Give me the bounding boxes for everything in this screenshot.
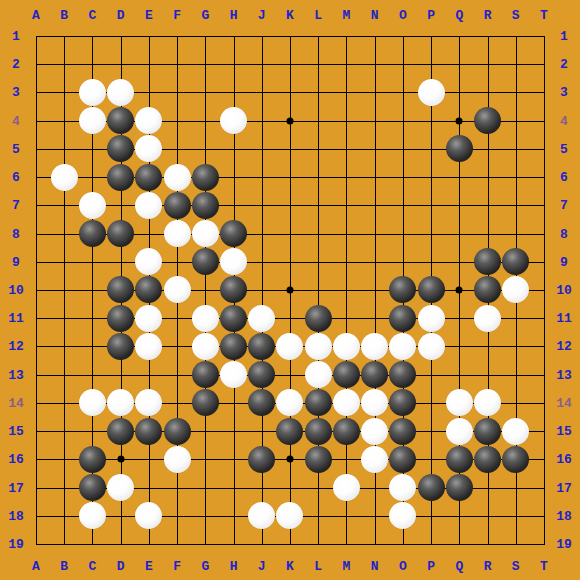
intersection-N14[interactable] — [361, 389, 389, 417]
intersection-O4[interactable] — [389, 107, 417, 135]
intersection-F14[interactable] — [163, 389, 191, 417]
intersection-L15[interactable] — [304, 417, 332, 445]
intersection-N8[interactable] — [361, 219, 389, 247]
intersection-T9[interactable] — [530, 248, 558, 276]
intersection-E1[interactable] — [135, 22, 163, 50]
intersection-J16[interactable] — [248, 445, 276, 473]
intersection-D9[interactable] — [107, 248, 135, 276]
intersection-G15[interactable] — [191, 417, 219, 445]
intersection-R2[interactable] — [473, 50, 501, 78]
intersection-K9[interactable] — [276, 248, 304, 276]
intersection-B13[interactable] — [50, 361, 78, 389]
intersection-B9[interactable] — [50, 248, 78, 276]
intersection-D16[interactable] — [107, 445, 135, 473]
intersection-C7[interactable] — [78, 191, 106, 219]
intersection-F18[interactable] — [163, 502, 191, 530]
intersection-C10[interactable] — [78, 276, 106, 304]
intersection-L12[interactable] — [304, 332, 332, 360]
intersection-D1[interactable] — [107, 22, 135, 50]
intersection-E14[interactable] — [135, 389, 163, 417]
intersection-M13[interactable] — [332, 361, 360, 389]
intersection-A9[interactable] — [22, 248, 50, 276]
intersection-C19[interactable] — [78, 530, 106, 558]
intersection-P4[interactable] — [417, 107, 445, 135]
intersection-F8[interactable] — [163, 219, 191, 247]
intersection-G14[interactable] — [191, 389, 219, 417]
intersection-H1[interactable] — [219, 22, 247, 50]
intersection-E19[interactable] — [135, 530, 163, 558]
intersection-A13[interactable] — [22, 361, 50, 389]
intersection-J10[interactable] — [248, 276, 276, 304]
intersection-O10[interactable] — [389, 276, 417, 304]
intersection-M7[interactable] — [332, 191, 360, 219]
intersection-N11[interactable] — [361, 304, 389, 332]
intersection-J2[interactable] — [248, 50, 276, 78]
intersection-H16[interactable] — [219, 445, 247, 473]
intersection-M2[interactable] — [332, 50, 360, 78]
intersection-P16[interactable] — [417, 445, 445, 473]
intersection-J14[interactable] — [248, 389, 276, 417]
intersection-K15[interactable] — [276, 417, 304, 445]
intersection-L17[interactable] — [304, 473, 332, 501]
intersection-Q10[interactable] — [445, 276, 473, 304]
intersection-L5[interactable] — [304, 135, 332, 163]
intersection-K8[interactable] — [276, 219, 304, 247]
intersection-N5[interactable] — [361, 135, 389, 163]
intersection-J18[interactable] — [248, 502, 276, 530]
intersection-T16[interactable] — [530, 445, 558, 473]
intersection-N6[interactable] — [361, 163, 389, 191]
intersection-D10[interactable] — [107, 276, 135, 304]
intersection-B2[interactable] — [50, 50, 78, 78]
intersection-J9[interactable] — [248, 248, 276, 276]
intersection-F7[interactable] — [163, 191, 191, 219]
intersection-R17[interactable] — [473, 473, 501, 501]
intersection-B15[interactable] — [50, 417, 78, 445]
intersection-Q19[interactable] — [445, 530, 473, 558]
intersection-E5[interactable] — [135, 135, 163, 163]
intersection-B18[interactable] — [50, 502, 78, 530]
intersection-D18[interactable] — [107, 502, 135, 530]
intersection-L7[interactable] — [304, 191, 332, 219]
intersection-J12[interactable] — [248, 332, 276, 360]
intersection-B6[interactable] — [50, 163, 78, 191]
intersection-B14[interactable] — [50, 389, 78, 417]
intersection-E16[interactable] — [135, 445, 163, 473]
intersection-C8[interactable] — [78, 219, 106, 247]
intersection-G3[interactable] — [191, 78, 219, 106]
intersection-G11[interactable] — [191, 304, 219, 332]
intersection-O19[interactable] — [389, 530, 417, 558]
intersection-E6[interactable] — [135, 163, 163, 191]
intersection-S4[interactable] — [502, 107, 530, 135]
intersection-S14[interactable] — [502, 389, 530, 417]
intersection-C6[interactable] — [78, 163, 106, 191]
intersection-K1[interactable] — [276, 22, 304, 50]
intersection-T19[interactable] — [530, 530, 558, 558]
intersection-O18[interactable] — [389, 502, 417, 530]
intersection-T6[interactable] — [530, 163, 558, 191]
intersection-T3[interactable] — [530, 78, 558, 106]
intersection-A3[interactable] — [22, 78, 50, 106]
intersection-E15[interactable] — [135, 417, 163, 445]
intersection-E13[interactable] — [135, 361, 163, 389]
intersection-H2[interactable] — [219, 50, 247, 78]
intersection-O13[interactable] — [389, 361, 417, 389]
intersection-G18[interactable] — [191, 502, 219, 530]
intersection-A8[interactable] — [22, 219, 50, 247]
intersection-F2[interactable] — [163, 50, 191, 78]
intersection-K11[interactable] — [276, 304, 304, 332]
intersection-L2[interactable] — [304, 50, 332, 78]
intersection-G16[interactable] — [191, 445, 219, 473]
intersection-H4[interactable] — [219, 107, 247, 135]
intersection-O5[interactable] — [389, 135, 417, 163]
intersection-G2[interactable] — [191, 50, 219, 78]
intersection-H12[interactable] — [219, 332, 247, 360]
intersection-P7[interactable] — [417, 191, 445, 219]
intersection-Q9[interactable] — [445, 248, 473, 276]
intersection-F12[interactable] — [163, 332, 191, 360]
intersection-O6[interactable] — [389, 163, 417, 191]
intersection-O2[interactable] — [389, 50, 417, 78]
intersection-K4[interactable] — [276, 107, 304, 135]
intersection-O8[interactable] — [389, 219, 417, 247]
intersection-D2[interactable] — [107, 50, 135, 78]
intersection-L14[interactable] — [304, 389, 332, 417]
intersection-E8[interactable] — [135, 219, 163, 247]
intersection-O17[interactable] — [389, 473, 417, 501]
intersection-Q5[interactable] — [445, 135, 473, 163]
intersection-G5[interactable] — [191, 135, 219, 163]
intersection-A2[interactable] — [22, 50, 50, 78]
intersection-F6[interactable] — [163, 163, 191, 191]
intersection-G4[interactable] — [191, 107, 219, 135]
intersection-N3[interactable] — [361, 78, 389, 106]
intersection-P1[interactable] — [417, 22, 445, 50]
intersection-C5[interactable] — [78, 135, 106, 163]
intersection-F17[interactable] — [163, 473, 191, 501]
intersection-H8[interactable] — [219, 219, 247, 247]
intersection-A7[interactable] — [22, 191, 50, 219]
intersection-C14[interactable] — [78, 389, 106, 417]
intersection-J4[interactable] — [248, 107, 276, 135]
intersection-M19[interactable] — [332, 530, 360, 558]
intersection-M1[interactable] — [332, 22, 360, 50]
intersection-O14[interactable] — [389, 389, 417, 417]
intersection-M6[interactable] — [332, 163, 360, 191]
intersection-R1[interactable] — [473, 22, 501, 50]
intersection-G12[interactable] — [191, 332, 219, 360]
intersection-O12[interactable] — [389, 332, 417, 360]
intersection-M8[interactable] — [332, 219, 360, 247]
intersection-C16[interactable] — [78, 445, 106, 473]
intersection-P15[interactable] — [417, 417, 445, 445]
intersection-P18[interactable] — [417, 502, 445, 530]
intersection-D11[interactable] — [107, 304, 135, 332]
intersection-A6[interactable] — [22, 163, 50, 191]
intersection-F10[interactable] — [163, 276, 191, 304]
intersection-B3[interactable] — [50, 78, 78, 106]
intersection-M4[interactable] — [332, 107, 360, 135]
intersection-R16[interactable] — [473, 445, 501, 473]
intersection-M12[interactable] — [332, 332, 360, 360]
intersection-F4[interactable] — [163, 107, 191, 135]
intersection-H14[interactable] — [219, 389, 247, 417]
intersection-H15[interactable] — [219, 417, 247, 445]
intersection-S16[interactable] — [502, 445, 530, 473]
intersection-J13[interactable] — [248, 361, 276, 389]
intersection-H19[interactable] — [219, 530, 247, 558]
intersection-S2[interactable] — [502, 50, 530, 78]
intersection-S17[interactable] — [502, 473, 530, 501]
intersection-C2[interactable] — [78, 50, 106, 78]
intersection-J5[interactable] — [248, 135, 276, 163]
intersection-S12[interactable] — [502, 332, 530, 360]
intersection-N2[interactable] — [361, 50, 389, 78]
intersection-N9[interactable] — [361, 248, 389, 276]
intersection-B4[interactable] — [50, 107, 78, 135]
intersection-D14[interactable] — [107, 389, 135, 417]
intersection-Q18[interactable] — [445, 502, 473, 530]
intersection-E2[interactable] — [135, 50, 163, 78]
intersection-E3[interactable] — [135, 78, 163, 106]
intersection-D6[interactable] — [107, 163, 135, 191]
intersection-A4[interactable] — [22, 107, 50, 135]
intersection-F15[interactable] — [163, 417, 191, 445]
intersection-P13[interactable] — [417, 361, 445, 389]
intersection-N16[interactable] — [361, 445, 389, 473]
intersection-C13[interactable] — [78, 361, 106, 389]
intersection-R3[interactable] — [473, 78, 501, 106]
intersection-B11[interactable] — [50, 304, 78, 332]
intersection-C18[interactable] — [78, 502, 106, 530]
intersection-F11[interactable] — [163, 304, 191, 332]
intersection-B1[interactable] — [50, 22, 78, 50]
intersection-D19[interactable] — [107, 530, 135, 558]
intersection-E17[interactable] — [135, 473, 163, 501]
intersection-B19[interactable] — [50, 530, 78, 558]
intersection-R12[interactable] — [473, 332, 501, 360]
intersection-K10[interactable] — [276, 276, 304, 304]
intersection-C3[interactable] — [78, 78, 106, 106]
intersection-N12[interactable] — [361, 332, 389, 360]
intersection-M15[interactable] — [332, 417, 360, 445]
intersection-C11[interactable] — [78, 304, 106, 332]
intersection-N1[interactable] — [361, 22, 389, 50]
intersection-J19[interactable] — [248, 530, 276, 558]
intersection-H7[interactable] — [219, 191, 247, 219]
intersection-K5[interactable] — [276, 135, 304, 163]
intersection-C1[interactable] — [78, 22, 106, 50]
intersection-Q14[interactable] — [445, 389, 473, 417]
intersection-N18[interactable] — [361, 502, 389, 530]
intersection-R13[interactable] — [473, 361, 501, 389]
intersection-M9[interactable] — [332, 248, 360, 276]
intersection-S3[interactable] — [502, 78, 530, 106]
intersection-K13[interactable] — [276, 361, 304, 389]
intersection-K19[interactable] — [276, 530, 304, 558]
intersection-R18[interactable] — [473, 502, 501, 530]
intersection-N4[interactable] — [361, 107, 389, 135]
intersection-M10[interactable] — [332, 276, 360, 304]
intersection-O7[interactable] — [389, 191, 417, 219]
intersection-G6[interactable] — [191, 163, 219, 191]
intersection-F1[interactable] — [163, 22, 191, 50]
intersection-H11[interactable] — [219, 304, 247, 332]
intersection-D8[interactable] — [107, 219, 135, 247]
intersection-H5[interactable] — [219, 135, 247, 163]
intersection-Q2[interactable] — [445, 50, 473, 78]
intersection-Q15[interactable] — [445, 417, 473, 445]
intersection-G17[interactable] — [191, 473, 219, 501]
intersection-K2[interactable] — [276, 50, 304, 78]
intersection-T11[interactable] — [530, 304, 558, 332]
intersection-S1[interactable] — [502, 22, 530, 50]
intersection-C4[interactable] — [78, 107, 106, 135]
intersection-D4[interactable] — [107, 107, 135, 135]
intersection-Q17[interactable] — [445, 473, 473, 501]
intersection-J7[interactable] — [248, 191, 276, 219]
intersection-F3[interactable] — [163, 78, 191, 106]
intersection-L10[interactable] — [304, 276, 332, 304]
intersection-A16[interactable] — [22, 445, 50, 473]
intersection-H13[interactable] — [219, 361, 247, 389]
intersection-E10[interactable] — [135, 276, 163, 304]
intersection-P12[interactable] — [417, 332, 445, 360]
intersection-H17[interactable] — [219, 473, 247, 501]
intersection-C17[interactable] — [78, 473, 106, 501]
intersection-R11[interactable] — [473, 304, 501, 332]
intersection-Q11[interactable] — [445, 304, 473, 332]
intersection-G9[interactable] — [191, 248, 219, 276]
intersection-K3[interactable] — [276, 78, 304, 106]
intersection-D15[interactable] — [107, 417, 135, 445]
intersection-Q13[interactable] — [445, 361, 473, 389]
intersection-S5[interactable] — [502, 135, 530, 163]
intersection-T8[interactable] — [530, 219, 558, 247]
intersection-D17[interactable] — [107, 473, 135, 501]
intersection-T15[interactable] — [530, 417, 558, 445]
intersection-Q6[interactable] — [445, 163, 473, 191]
intersection-M16[interactable] — [332, 445, 360, 473]
intersection-G13[interactable] — [191, 361, 219, 389]
intersection-O16[interactable] — [389, 445, 417, 473]
intersection-J15[interactable] — [248, 417, 276, 445]
intersection-B16[interactable] — [50, 445, 78, 473]
intersection-Q7[interactable] — [445, 191, 473, 219]
intersection-L19[interactable] — [304, 530, 332, 558]
intersection-A10[interactable] — [22, 276, 50, 304]
intersection-T13[interactable] — [530, 361, 558, 389]
intersection-H18[interactable] — [219, 502, 247, 530]
intersection-E7[interactable] — [135, 191, 163, 219]
intersection-G1[interactable] — [191, 22, 219, 50]
intersection-T1[interactable] — [530, 22, 558, 50]
intersection-S9[interactable] — [502, 248, 530, 276]
intersection-Q1[interactable] — [445, 22, 473, 50]
intersection-K16[interactable] — [276, 445, 304, 473]
intersection-N10[interactable] — [361, 276, 389, 304]
intersection-G10[interactable] — [191, 276, 219, 304]
intersection-S15[interactable] — [502, 417, 530, 445]
intersection-K6[interactable] — [276, 163, 304, 191]
intersection-A17[interactable] — [22, 473, 50, 501]
intersection-F13[interactable] — [163, 361, 191, 389]
intersection-M17[interactable] — [332, 473, 360, 501]
intersection-R7[interactable] — [473, 191, 501, 219]
intersection-J17[interactable] — [248, 473, 276, 501]
intersection-J8[interactable] — [248, 219, 276, 247]
intersection-A18[interactable] — [22, 502, 50, 530]
intersection-L11[interactable] — [304, 304, 332, 332]
intersection-S19[interactable] — [502, 530, 530, 558]
intersection-O11[interactable] — [389, 304, 417, 332]
intersection-Q8[interactable] — [445, 219, 473, 247]
intersection-N7[interactable] — [361, 191, 389, 219]
intersection-L18[interactable] — [304, 502, 332, 530]
intersection-N19[interactable] — [361, 530, 389, 558]
intersection-D5[interactable] — [107, 135, 135, 163]
intersection-H9[interactable] — [219, 248, 247, 276]
intersection-S11[interactable] — [502, 304, 530, 332]
intersection-E11[interactable] — [135, 304, 163, 332]
intersection-S13[interactable] — [502, 361, 530, 389]
intersection-A12[interactable] — [22, 332, 50, 360]
intersection-T17[interactable] — [530, 473, 558, 501]
intersection-L4[interactable] — [304, 107, 332, 135]
intersection-D3[interactable] — [107, 78, 135, 106]
intersection-C9[interactable] — [78, 248, 106, 276]
intersection-P5[interactable] — [417, 135, 445, 163]
intersection-L3[interactable] — [304, 78, 332, 106]
intersection-N17[interactable] — [361, 473, 389, 501]
intersection-S18[interactable] — [502, 502, 530, 530]
intersection-K7[interactable] — [276, 191, 304, 219]
intersection-J6[interactable] — [248, 163, 276, 191]
intersection-Q16[interactable] — [445, 445, 473, 473]
intersection-P8[interactable] — [417, 219, 445, 247]
intersection-M3[interactable] — [332, 78, 360, 106]
intersection-T4[interactable] — [530, 107, 558, 135]
intersection-D13[interactable] — [107, 361, 135, 389]
intersection-P2[interactable] — [417, 50, 445, 78]
intersection-D7[interactable] — [107, 191, 135, 219]
intersection-T12[interactable] — [530, 332, 558, 360]
intersection-C15[interactable] — [78, 417, 106, 445]
intersection-A15[interactable] — [22, 417, 50, 445]
intersection-P19[interactable] — [417, 530, 445, 558]
intersection-S8[interactable] — [502, 219, 530, 247]
intersection-B5[interactable] — [50, 135, 78, 163]
intersection-T2[interactable] — [530, 50, 558, 78]
intersection-L1[interactable] — [304, 22, 332, 50]
intersection-S7[interactable] — [502, 191, 530, 219]
intersection-L13[interactable] — [304, 361, 332, 389]
intersection-L6[interactable] — [304, 163, 332, 191]
intersection-O3[interactable] — [389, 78, 417, 106]
intersection-G19[interactable] — [191, 530, 219, 558]
intersection-L9[interactable] — [304, 248, 332, 276]
intersection-A1[interactable] — [22, 22, 50, 50]
intersection-J11[interactable] — [248, 304, 276, 332]
intersection-Q3[interactable] — [445, 78, 473, 106]
intersection-O9[interactable] — [389, 248, 417, 276]
intersection-D12[interactable] — [107, 332, 135, 360]
intersection-S6[interactable] — [502, 163, 530, 191]
intersection-E12[interactable] — [135, 332, 163, 360]
intersection-Q4[interactable] — [445, 107, 473, 135]
